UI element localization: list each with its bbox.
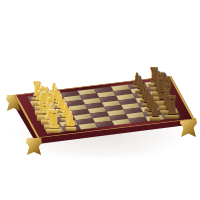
square-h8[interactable] xyxy=(162,113,181,120)
chess-set-photo: ♜♞♝♛♚♝♞♜♟♟♟♟♟♟♟♟♟♟♟♟♟♟♟♟♜♞♝♛♚♝♞♜ xyxy=(0,0,200,200)
